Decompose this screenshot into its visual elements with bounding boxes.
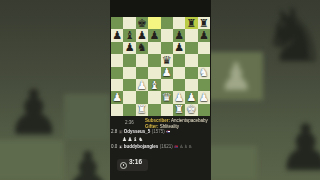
white-knight-a4: ♞ [199, 67, 209, 78]
player-bottom-row: 0.0 ♟ buddybojangles (1621) ♟♝♞ [111, 144, 275, 154]
black-pawn-c6: ♟ [174, 42, 184, 53]
black-pawn-h7: ♟ [112, 30, 122, 41]
square-a6 [198, 42, 210, 54]
square-b5 [185, 54, 197, 66]
eval-badge-top: 2.8 [111, 129, 117, 134]
black-rook-a8: ♜ [199, 18, 209, 29]
square-e8 [148, 17, 160, 29]
square-b8: ♜ [185, 17, 197, 29]
knight-silhouette-icon: ♞ [261, 0, 320, 72]
pawn-silhouette-icon: ♟ [277, 116, 320, 180]
square-b4 [185, 67, 197, 79]
square-d7 [161, 29, 173, 41]
square-a2: ♟ [198, 91, 210, 103]
square-d5: ♛ [161, 54, 173, 66]
square-c5 [173, 54, 185, 66]
square-g8 [123, 17, 135, 29]
blur-layer-left: ♟ ♟ [0, 0, 110, 180]
square-g5 [123, 54, 135, 66]
pawn-silhouette-icon: ♟ [62, 144, 110, 180]
black-bishop-g7: ♝ [125, 30, 135, 41]
square-c7: ♟ [173, 29, 185, 41]
square-e6 [148, 42, 160, 54]
player-rating-top: (1575) [152, 129, 165, 134]
game-clock: 3:16 [117, 159, 148, 171]
white-pawn-h2: ♟ [112, 92, 122, 103]
square-b1: ♚ [185, 104, 197, 116]
eval-badge-bottom: 0.0 [111, 144, 117, 149]
square-f5 [136, 54, 148, 66]
square-a5 [198, 54, 210, 66]
square-h2: ♟ [111, 91, 123, 103]
us-flag-icon [166, 130, 170, 133]
black-pawn-a7: ♟ [199, 30, 209, 41]
square-d6 [161, 42, 173, 54]
clock-time: 3:16 [129, 158, 142, 166]
square-a4: ♞ [198, 67, 210, 79]
square-g3 [123, 79, 135, 91]
square-f2 [136, 91, 148, 103]
subscriber-name: Ancientspacebaby [171, 118, 208, 123]
board[interactable]: ♚♜♜♟♝♟♟♟♟♟♞♟♛♟♞♟♝♟♛♟♟♟♜♜♚ [111, 17, 210, 116]
square-h1 [111, 104, 123, 116]
square-a8: ♜ [198, 17, 210, 29]
black-pawn-g6: ♟ [125, 42, 135, 53]
avatar-top: ♟ [119, 130, 123, 134]
white-pawn-silhouette-icon: ♟ [219, 58, 253, 96]
square-f1: ♜ [136, 104, 148, 116]
square-a7: ♟ [198, 29, 210, 41]
square-e4 [148, 67, 160, 79]
square-h5 [111, 54, 123, 66]
square-h8 [111, 17, 123, 29]
square-c2: ♟ [173, 91, 185, 103]
square-b6 [185, 42, 197, 54]
square-g2 [123, 91, 135, 103]
white-rook-c1: ♜ [174, 104, 184, 115]
black-rook-b8: ♜ [187, 18, 197, 29]
square-f4 [136, 67, 148, 79]
square-g4 [123, 67, 135, 79]
game-info-panel: 2:36 Subscriber: Ancientspacebaby Gifter… [110, 116, 211, 180]
player-rating-bottom: (1621) [160, 144, 173, 149]
player-name-bottom: buddybojangles [124, 144, 159, 149]
square-b3 [185, 79, 197, 91]
square-d3 [161, 79, 173, 91]
black-pawn-c7: ♟ [174, 30, 184, 41]
black-king-f8: ♚ [137, 18, 147, 29]
black-pawn-e7: ♟ [149, 30, 159, 41]
white-pawn-b2: ♟ [187, 92, 197, 103]
square-d2: ♛ [161, 91, 173, 103]
square-f3: ♟ [136, 79, 148, 91]
white-queen-d2: ♛ [162, 92, 172, 103]
black-pawn-f7: ♟ [137, 30, 147, 41]
white-pawn-f3: ♟ [137, 80, 147, 91]
square-c3 [173, 79, 185, 91]
square-e3: ♝ [148, 79, 160, 91]
square-h6 [111, 42, 123, 54]
square-b7 [185, 29, 197, 41]
blurred-background-left: ♟ ♟ [0, 0, 110, 180]
player-name-top: Odysseus_5 [124, 129, 151, 134]
white-rook-f1: ♜ [137, 104, 147, 115]
captured-pieces-bottom: ♟♝♞ [179, 144, 193, 149]
square-b2: ♟ [185, 91, 197, 103]
square-d1 [161, 104, 173, 116]
square-a3 [198, 79, 210, 91]
square-h4 [111, 67, 123, 79]
square-e5 [148, 54, 160, 66]
square-h7: ♟ [111, 29, 123, 41]
white-pawn-d4: ♟ [162, 67, 172, 78]
black-queen-d5: ♛ [162, 55, 172, 66]
white-king-b1: ♚ [187, 104, 197, 115]
top-clock-time: 2:36 [125, 120, 134, 125]
square-f6: ♞ [136, 42, 148, 54]
square-e1 [148, 104, 160, 116]
square-e7: ♟ [148, 29, 160, 41]
clock-icon [120, 162, 127, 169]
square-f8: ♚ [136, 17, 148, 29]
video-surface[interactable]: ♚♜♜♟♝♟♟♟♟♟♞♟♛♟♞♟♝♟♛♟♟♟♜♜♚ 2:36 Subscribe… [110, 0, 211, 180]
square-a1 [198, 104, 210, 116]
square-g6: ♟ [123, 42, 135, 54]
black-knight-f6: ♞ [137, 42, 147, 53]
video-top-bar [110, 0, 211, 17]
pawn-silhouette-icon: ♟ [6, 82, 62, 144]
square-h3 [111, 79, 123, 91]
white-bishop-e3: ♝ [149, 80, 159, 91]
square-c8 [173, 17, 185, 29]
square-d8 [161, 17, 173, 29]
square-c1: ♜ [173, 104, 185, 116]
white-pawn-a2: ♟ [199, 92, 209, 103]
square-g7: ♝ [123, 29, 135, 41]
white-pawn-c2: ♟ [174, 92, 184, 103]
square-f7: ♟ [136, 29, 148, 41]
video-frame: ♟ ♟ ♞ ♟ ♟ ♚♜♜♟♝♟♟♟♟♟♞♟♛♟♞♟♝♟♛♟♟♟♜♜♚ 2:36… [0, 0, 320, 180]
us-flag-icon [174, 145, 178, 148]
avatar-bottom: ♟ [119, 145, 123, 149]
square-d4: ♟ [161, 67, 173, 79]
subscriber-label: Subscriber: [145, 118, 170, 123]
square-c6: ♟ [173, 42, 185, 54]
square-g1 [123, 104, 135, 116]
blurred-board-square [64, 94, 110, 140]
square-c4 [173, 67, 185, 79]
square-e2 [148, 91, 160, 103]
